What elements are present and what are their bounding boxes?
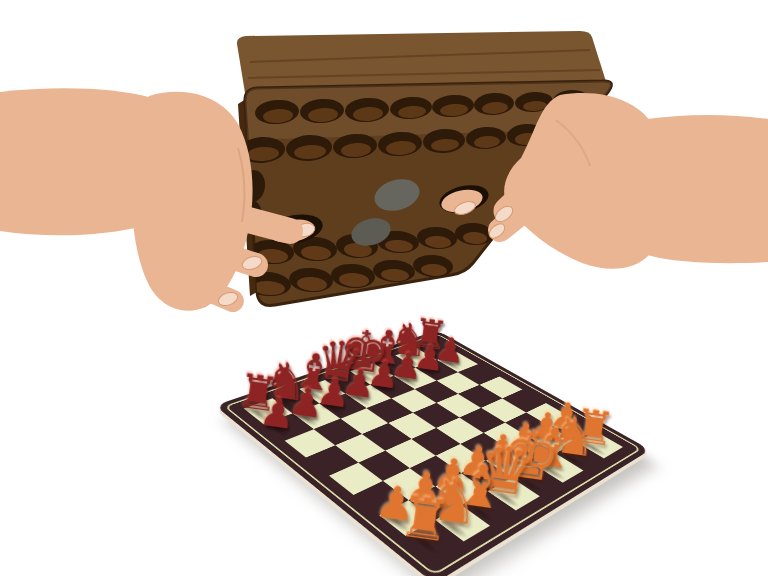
tray-magnets	[348, 174, 423, 250]
tray-hole-row-4	[244, 254, 453, 298]
right-index-finger	[507, 140, 580, 211]
left-fingernail	[241, 254, 264, 272]
right-palm	[504, 93, 667, 269]
tray-hole-row-2	[238, 120, 582, 165]
left-cutout	[265, 210, 325, 247]
piece-white-rook: ♜	[396, 490, 454, 550]
left-palm	[132, 92, 253, 311]
piece-black-pawn: ♟	[257, 392, 298, 435]
tray-face-sheen	[245, 78, 615, 140]
photo-scene: ♜♟♟♜♞♟♟♞♝♟♟♝♚♟♟♚♛♟♟♛♝♟♟♝♞♟♟♞♜♟♟♜	[0, 0, 768, 576]
right-arm	[633, 115, 768, 263]
right-hand	[487, 93, 768, 269]
piece-tray	[236, 31, 615, 305]
tray-hole-row-3	[249, 222, 494, 266]
right-fingernail	[487, 221, 508, 241]
left-thumb-nail	[294, 221, 317, 238]
right-thumb	[439, 186, 485, 216]
board-grid: ♜♟♟♜♞♟♟♞♝♟♟♝♚♟♟♚♛♟♟♛♝♟♟♝♞♟♟♞♜♟♟♜	[244, 341, 623, 559]
tray-face	[245, 81, 611, 306]
tray-hole-column-left	[236, 168, 267, 233]
left-hand-crease	[238, 148, 244, 222]
right-middle-finger	[500, 172, 572, 230]
left-middle-finger	[212, 251, 256, 265]
right-thumb-nail	[453, 199, 477, 217]
left-fingernail	[217, 290, 240, 308]
tray-left-edge	[238, 99, 257, 296]
left-thumb	[267, 216, 316, 246]
right-fingernail	[492, 203, 515, 225]
tray-top-edge	[237, 31, 608, 99]
left-ring-finger	[200, 287, 233, 301]
left-hand	[132, 92, 290, 311]
magnet-disc	[348, 214, 394, 250]
tray-handle-cutouts	[265, 181, 491, 248]
tray-top-edge-grain	[248, 50, 600, 78]
left-index-finger	[222, 213, 290, 231]
right-cutout	[437, 181, 492, 218]
tray-holes	[236, 89, 590, 298]
right-hand-crease	[556, 120, 590, 166]
magnet-disc	[371, 174, 423, 216]
left-arm	[0, 88, 160, 235]
chess-board: ♜♟♟♜♞♟♟♞♝♟♟♝♚♟♟♚♛♟♟♛♝♟♟♝♞♟♟♞♜♟♟♜	[215, 330, 651, 576]
tray-hole-row-1	[254, 89, 589, 126]
